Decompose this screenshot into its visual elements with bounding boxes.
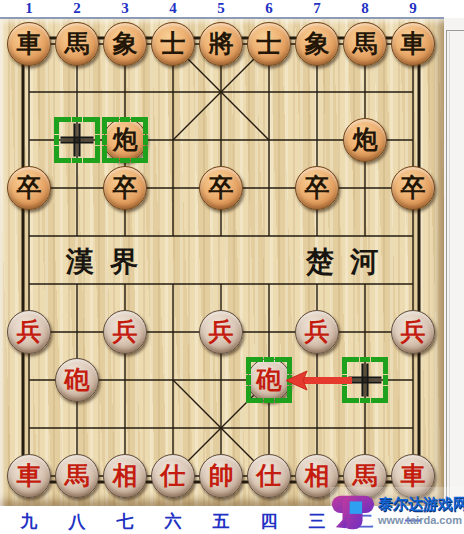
piece-character: 車: [17, 463, 42, 488]
red-piece[interactable]: 兵: [199, 310, 243, 354]
file-coordinate-label: 3: [111, 0, 139, 17]
file-coordinate-label: 7: [303, 0, 331, 17]
black-piece[interactable]: 車: [391, 22, 435, 66]
black-piece[interactable]: 卒: [391, 166, 435, 210]
red-piece[interactable]: 砲: [247, 358, 291, 402]
file-coordinate-label: 四: [255, 510, 283, 533]
marker-bracket: [371, 386, 388, 403]
marker-bracket: [54, 117, 71, 134]
black-piece[interactable]: 卒: [7, 166, 51, 210]
marker-bracket: [54, 146, 71, 163]
marker-bracket: [72, 158, 82, 163]
file-coordinate-label: 七: [111, 510, 139, 533]
black-piece[interactable]: 士: [247, 22, 291, 66]
marker-bracket: [72, 117, 82, 122]
marker-bracket: [54, 135, 59, 145]
piece-character: 象: [305, 31, 330, 56]
marker-bracket: [383, 375, 388, 385]
black-piece[interactable]: 卒: [103, 166, 147, 210]
black-piece[interactable]: 炮: [343, 118, 387, 162]
piece-character: 卒: [209, 175, 234, 200]
tairda-logo-icon: [330, 489, 376, 533]
piece-character: 卒: [113, 175, 138, 200]
piece-character: 炮: [113, 127, 138, 152]
piece-character: 相: [305, 463, 330, 488]
piece-character: 兵: [113, 319, 138, 344]
piece-character: 車: [17, 31, 42, 56]
black-piece[interactable]: 將: [199, 22, 243, 66]
piece-character: 兵: [401, 319, 426, 344]
watermark-badge: 泰尔达游戏网 www.tairda.com: [330, 487, 464, 534]
piece-character: 馬: [65, 463, 90, 488]
red-piece[interactable]: 帥: [199, 454, 243, 498]
piece-character: 馬: [353, 31, 378, 56]
marker-bracket: [371, 357, 388, 374]
marker-bracket: [342, 386, 359, 403]
piece-character: 兵: [209, 319, 234, 344]
black-piece[interactable]: 象: [295, 22, 339, 66]
file-coordinate-label: 2: [63, 0, 91, 17]
piece-character: 仕: [161, 463, 186, 488]
file-coordinate-label: 5: [207, 0, 235, 17]
watermark-url: www.tairda.com: [378, 514, 464, 526]
red-piece[interactable]: 兵: [103, 310, 147, 354]
piece-character: 馬: [65, 31, 90, 56]
move-marker-from: [342, 357, 388, 403]
piece-character: 車: [401, 31, 426, 56]
file-coordinate-label: 4: [159, 0, 187, 17]
piece-character: 卒: [305, 175, 330, 200]
red-piece[interactable]: 仕: [151, 454, 195, 498]
red-piece[interactable]: 車: [7, 454, 51, 498]
black-piece[interactable]: 車: [7, 22, 51, 66]
red-piece[interactable]: 砲: [55, 358, 99, 402]
piece-character: 兵: [17, 319, 42, 344]
marker-bracket: [360, 357, 370, 362]
red-piece[interactable]: 馬: [55, 454, 99, 498]
piece-character: 帥: [209, 463, 234, 488]
black-piece[interactable]: 士: [151, 22, 195, 66]
red-piece[interactable]: 相: [103, 454, 147, 498]
red-piece[interactable]: 兵: [391, 310, 435, 354]
piece-character: 士: [257, 31, 282, 56]
black-piece[interactable]: 馬: [343, 22, 387, 66]
black-piece[interactable]: 卒: [199, 166, 243, 210]
top-coordinate-labels: 123456789: [0, 0, 464, 18]
marker-bracket: [342, 357, 359, 374]
piece-character: 士: [161, 31, 186, 56]
piece-character: 象: [113, 31, 138, 56]
piece-character: 砲: [65, 367, 90, 392]
edge-line-vertical-light: [449, 32, 450, 534]
watermark-site-name: 泰尔达游戏网: [378, 495, 464, 514]
black-piece[interactable]: 馬: [55, 22, 99, 66]
piece-character: 炮: [353, 127, 378, 152]
black-piece[interactable]: 卒: [295, 166, 339, 210]
file-coordinate-label: 五: [207, 510, 235, 533]
piece-character: 車: [401, 463, 426, 488]
marker-bracket: [83, 117, 100, 134]
marker-bracket: [360, 398, 370, 403]
red-piece[interactable]: 兵: [295, 310, 339, 354]
xiangqi-app-window: 123456789 漢界 楚河 車馬象士將士象馬車炮炮卒卒卒卒卒兵兵兵兵兵砲砲車…: [0, 0, 464, 534]
piece-character: 將: [209, 31, 234, 56]
file-coordinate-label: 九: [15, 510, 43, 533]
marker-bracket: [83, 146, 100, 163]
move-marker-from: [54, 117, 100, 163]
marker-bracket: [342, 375, 347, 385]
crosshair-icon: [347, 362, 383, 398]
xiangqi-board[interactable]: 漢界 楚河 車馬象士將士象馬車炮炮卒卒卒卒卒兵兵兵兵兵砲砲車馬相仕帥仕相馬車: [0, 19, 444, 506]
piece-character: 兵: [305, 319, 330, 344]
crosshair-icon: [59, 122, 95, 158]
file-coordinate-label: 9: [399, 0, 427, 17]
black-piece[interactable]: 炮: [103, 118, 147, 162]
side-window-edge: [444, 18, 464, 534]
file-coordinate-label: 8: [351, 0, 379, 17]
marker-bracket: [95, 135, 100, 145]
red-piece[interactable]: 仕: [247, 454, 291, 498]
file-coordinate-label: 八: [63, 510, 91, 533]
piece-character: 相: [113, 463, 138, 488]
piece-character: 卒: [17, 175, 42, 200]
piece-character: 砲: [257, 367, 282, 392]
edge-line-horizontal: [446, 30, 464, 31]
red-piece[interactable]: 兵: [7, 310, 51, 354]
piece-character: 仕: [257, 463, 282, 488]
top-divider-line: [0, 17, 444, 19]
edge-line-vertical: [446, 30, 447, 534]
file-coordinate-label: 1: [15, 0, 43, 17]
piece-grid[interactable]: 車馬象士將士象馬車炮炮卒卒卒卒卒兵兵兵兵兵砲砲車馬相仕帥仕相馬車: [5, 20, 437, 500]
file-coordinate-label: 6: [255, 0, 283, 17]
piece-character: 馬: [353, 463, 378, 488]
file-coordinate-label: 六: [159, 510, 187, 533]
piece-character: 卒: [401, 175, 426, 200]
black-piece[interactable]: 象: [103, 22, 147, 66]
file-coordinate-label: 三: [303, 510, 331, 533]
